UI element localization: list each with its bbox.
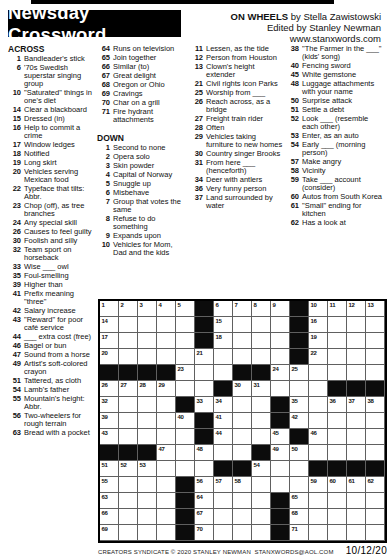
grid-cell[interactable]: 12 xyxy=(347,301,366,317)
grid-cell[interactable]: 55 xyxy=(100,477,119,493)
grid-cell[interactable] xyxy=(138,493,157,509)
cell-number: 19 xyxy=(311,334,317,340)
clue-number: 49 xyxy=(8,360,21,376)
grid-cell[interactable]: 35 xyxy=(290,397,309,413)
clue-text: Clear a blackboard xyxy=(24,106,95,114)
grid-cell[interactable] xyxy=(290,381,309,397)
across-clue-6: 6'70s Swedish superstar singing group xyxy=(8,64,95,88)
grid-cell[interactable] xyxy=(252,429,271,445)
down-clue-27: 27Freight train rider xyxy=(190,115,283,123)
clue-number: 39 xyxy=(8,281,21,289)
cell-number: 52 xyxy=(121,462,127,468)
grid-cell[interactable]: 70 xyxy=(195,525,214,541)
grid-cell[interactable] xyxy=(157,397,176,413)
grid-cell[interactable]: 50 xyxy=(290,445,309,461)
grid-cell[interactable] xyxy=(138,333,157,349)
clue-text: Join together xyxy=(113,54,186,62)
cell-number: 71 xyxy=(292,526,298,532)
cell-number: 46 xyxy=(311,430,317,436)
grid-cell[interactable] xyxy=(309,397,328,413)
clue-text: Freight train rider xyxy=(206,115,283,123)
grid-cell[interactable] xyxy=(157,477,176,493)
grid-cell[interactable] xyxy=(328,509,347,525)
grid-cell[interactable]: 7 xyxy=(233,301,252,317)
grid-cell[interactable]: 10 xyxy=(309,301,328,317)
clue-number: 27 xyxy=(190,115,203,123)
cell-number: 51 xyxy=(102,462,108,468)
grid-cell[interactable]: 33 xyxy=(195,397,214,413)
grid-cell[interactable]: 21 xyxy=(195,349,214,365)
grid-cell[interactable] xyxy=(233,525,252,541)
grid-cell[interactable] xyxy=(176,461,195,477)
grid-cell[interactable] xyxy=(214,365,233,381)
grid-cell[interactable] xyxy=(157,317,176,333)
grid-cell[interactable]: 60 xyxy=(328,477,347,493)
clue-text: Fencing sword xyxy=(302,62,384,70)
grid-cell[interactable] xyxy=(366,493,385,509)
grid-cell[interactable] xyxy=(157,493,176,509)
grid-cell[interactable] xyxy=(328,445,347,461)
grid-cell[interactable] xyxy=(233,413,252,429)
clue-text: Land surrounded by water xyxy=(206,194,283,210)
grid-cell[interactable]: 25 xyxy=(290,365,309,381)
grid-cell[interactable]: 69 xyxy=(100,525,119,541)
across-clue-15: 15Dressed (in) xyxy=(8,115,95,123)
grid-cell[interactable] xyxy=(176,349,195,365)
grid-cell[interactable] xyxy=(309,509,328,525)
grid-cell[interactable]: 36 xyxy=(328,397,347,413)
cell-number: 4 xyxy=(159,302,162,308)
grid-cell[interactable] xyxy=(252,349,271,365)
clue-number: 66 xyxy=(97,63,110,71)
across-clue-68: 68Oregon or Ohio xyxy=(97,81,186,89)
grid-cell[interactable] xyxy=(366,317,385,333)
grid-cell[interactable] xyxy=(271,381,290,397)
grid-cell[interactable] xyxy=(157,333,176,349)
grid-cell[interactable]: 52 xyxy=(119,461,138,477)
grid-cell[interactable] xyxy=(328,333,347,349)
clue-number: 61 xyxy=(286,202,299,218)
down-clue-8: 8Refuse to do something xyxy=(97,215,186,231)
grid-cell[interactable]: 14 xyxy=(100,317,119,333)
grid-cell[interactable]: 40 xyxy=(176,413,195,429)
grid-cell[interactable] xyxy=(366,413,385,429)
grid-cell[interactable] xyxy=(138,413,157,429)
black-square xyxy=(195,429,214,445)
grid-cell[interactable] xyxy=(138,525,157,541)
across-clue-18: 18Notified xyxy=(8,150,95,158)
black-square xyxy=(347,461,366,477)
grid-cell[interactable] xyxy=(290,477,309,493)
clue-text: Sound from a horse xyxy=(24,351,95,359)
grid-cell[interactable]: 22 xyxy=(309,349,328,365)
grid-cell[interactable] xyxy=(195,381,214,397)
grid-cell[interactable] xyxy=(328,493,347,509)
grid-cell[interactable] xyxy=(271,477,290,493)
black-square xyxy=(271,509,290,525)
cell-number: 54 xyxy=(254,462,260,468)
grid-cell[interactable] xyxy=(347,445,366,461)
clue-text: Causes to feel guilty xyxy=(24,228,95,236)
grid-cell[interactable] xyxy=(157,429,176,445)
clue-number: 59 xyxy=(286,176,299,192)
grid-cell[interactable] xyxy=(138,429,157,445)
clue-text: Char on a grill xyxy=(113,99,186,107)
clue-number: 63 xyxy=(8,429,21,437)
grid-cell[interactable] xyxy=(119,349,138,365)
grid-cell[interactable]: 39 xyxy=(100,413,119,429)
grid-cell[interactable] xyxy=(233,429,252,445)
grid-cell[interactable]: 48 xyxy=(195,445,214,461)
across-clue-20: 20Vehicles serving Mexican food xyxy=(8,168,95,184)
grid-cell[interactable]: 19 xyxy=(309,333,328,349)
cell-number: 60 xyxy=(330,478,336,484)
grid-cell[interactable] xyxy=(138,349,157,365)
grid-cell[interactable]: 16 xyxy=(309,317,328,333)
grid-cell[interactable]: 53 xyxy=(138,461,157,477)
grid-cell[interactable]: 6 xyxy=(214,301,233,317)
grid-cell[interactable] xyxy=(119,493,138,509)
grid-cell[interactable] xyxy=(252,525,271,541)
grid-cell[interactable] xyxy=(233,333,252,349)
clue-number: 24 xyxy=(8,219,21,227)
clue-number: 32 xyxy=(8,246,21,262)
grid-cell[interactable] xyxy=(233,317,252,333)
grid-cell[interactable] xyxy=(328,429,347,445)
clue-number: 40 xyxy=(286,62,299,70)
black-square xyxy=(233,461,252,477)
across-clue-51: 51Tattered, as cloth xyxy=(8,377,95,385)
grid-cell[interactable]: 42 xyxy=(290,413,309,429)
across-clue-22: 22Typeface that tilts: Abbr. xyxy=(8,185,95,201)
grid-cell[interactable] xyxy=(309,445,328,461)
grid-cell[interactable]: 41 xyxy=(214,413,233,429)
grid-cell[interactable] xyxy=(195,365,214,381)
grid-cell[interactable] xyxy=(138,477,157,493)
clue-number: 22 xyxy=(8,185,21,201)
clue-text: Has a look at xyxy=(302,219,384,227)
cell-number: 62 xyxy=(368,478,374,484)
cell-number: 3 xyxy=(140,302,143,308)
cell-number: 1 xyxy=(102,302,105,308)
grid-cell[interactable] xyxy=(214,525,233,541)
grid-cell[interactable] xyxy=(347,365,366,381)
clue-text: Clown's height extender xyxy=(206,63,283,79)
clue-text: Team sport on horseback xyxy=(24,246,95,262)
grid-cell[interactable]: 51 xyxy=(100,461,119,477)
grid-cell[interactable] xyxy=(119,525,138,541)
grid-cell[interactable] xyxy=(347,413,366,429)
grid-cell[interactable]: 34 xyxy=(214,397,233,413)
grid-cell[interactable] xyxy=(157,349,176,365)
grid-cell[interactable]: 57 xyxy=(214,477,233,493)
grid-cell[interactable] xyxy=(271,317,290,333)
grid-cell[interactable]: 28 xyxy=(138,381,157,397)
grid-cell[interactable]: 38 xyxy=(366,397,385,413)
grid-cell[interactable] xyxy=(252,333,271,349)
puzzle-date: 10/12/20 xyxy=(346,545,387,556)
clue-number: 12 xyxy=(190,54,203,62)
grid-cell[interactable]: 1 xyxy=(100,301,119,317)
grid-cell[interactable]: 44 xyxy=(214,429,233,445)
grid-cell[interactable]: 9 xyxy=(271,301,290,317)
black-square xyxy=(271,397,290,413)
cell-number: 21 xyxy=(197,350,203,356)
grid-cell[interactable]: 18 xyxy=(214,333,233,349)
clue-number: 36 xyxy=(190,185,203,193)
grid-cell[interactable] xyxy=(366,365,385,381)
grid-cell[interactable] xyxy=(347,525,366,541)
across-clue-39: 39Higher than xyxy=(8,281,95,289)
clue-number: 64 xyxy=(97,45,110,53)
black-square xyxy=(328,461,347,477)
clue-text: Two-wheelers for rough terrain xyxy=(24,412,95,428)
grid-cell[interactable] xyxy=(119,333,138,349)
grid-cell[interactable] xyxy=(347,333,366,349)
grid-cell[interactable] xyxy=(366,429,385,445)
grid-cell[interactable]: 47 xyxy=(157,445,176,461)
down-clue-30: 30Country singer Brooks xyxy=(190,150,283,158)
grid-cell[interactable]: 24 xyxy=(271,365,290,381)
grid-cell[interactable] xyxy=(176,333,195,349)
grid-cell[interactable] xyxy=(366,349,385,365)
grid-cell[interactable]: 45 xyxy=(271,429,290,445)
grid-cell[interactable]: 66 xyxy=(100,509,119,525)
across-clue-1: 1Bandleader's stick xyxy=(8,55,95,63)
cell-number: 35 xyxy=(292,398,298,404)
clue-number: 26 xyxy=(8,228,21,236)
grid-cell[interactable] xyxy=(328,349,347,365)
black-square xyxy=(252,365,271,381)
grid-cell[interactable]: 17 xyxy=(100,333,119,349)
grid-cell[interactable] xyxy=(176,317,195,333)
grid-cell[interactable] xyxy=(214,445,233,461)
grid-cell[interactable] xyxy=(119,477,138,493)
grid-cell[interactable] xyxy=(252,397,271,413)
clue-text: Similar (to) xyxy=(113,63,186,71)
clue-number: 62 xyxy=(286,219,299,227)
grid-cell[interactable] xyxy=(157,525,176,541)
puzzle-editor: Edited by Stanley Newman xyxy=(171,22,381,33)
grid-cell[interactable] xyxy=(233,349,252,365)
grid-cell[interactable]: 62 xyxy=(366,477,385,493)
down-clue-13: 13Clown's height extender xyxy=(190,63,283,79)
clue-text: Foul-smelling xyxy=(24,272,95,280)
grid-cell[interactable] xyxy=(347,493,366,509)
cell-number: 15 xyxy=(216,318,222,324)
grid-cell[interactable]: 46 xyxy=(309,429,328,445)
grid-cell[interactable]: 26 xyxy=(100,381,119,397)
black-square xyxy=(290,349,309,365)
grid-cell[interactable] xyxy=(366,525,385,541)
grid-cell[interactable] xyxy=(347,509,366,525)
across-clue-19: 19Long skirt xyxy=(8,159,95,167)
grid-cell[interactable] xyxy=(252,413,271,429)
grid-cell[interactable] xyxy=(157,509,176,525)
clue-number: 3 xyxy=(97,162,110,170)
black-square xyxy=(138,365,157,381)
grid-cell[interactable] xyxy=(176,429,195,445)
down-clues-part1: 1Second to none2Opera solo3Skin powder4C… xyxy=(97,144,186,257)
grid-cell[interactable] xyxy=(252,509,271,525)
grid-cell[interactable]: 2 xyxy=(119,301,138,317)
cell-number: 24 xyxy=(273,366,279,372)
grid-cell[interactable]: 37 xyxy=(347,397,366,413)
grid-cell[interactable]: 67 xyxy=(195,509,214,525)
clue-number: 54 xyxy=(286,141,299,157)
grid-cell[interactable] xyxy=(328,525,347,541)
cell-number: 68 xyxy=(292,510,298,516)
grid-cell[interactable]: 43 xyxy=(100,429,119,445)
black-square xyxy=(119,445,138,461)
grid-cell[interactable]: 8 xyxy=(252,301,271,317)
grid-cell[interactable]: 64 xyxy=(195,493,214,509)
grid-cell[interactable]: 3 xyxy=(138,301,157,317)
clue-text: Vicinity xyxy=(302,167,384,175)
clue-number: 57 xyxy=(286,158,299,166)
grid-cell[interactable] xyxy=(309,525,328,541)
grid-cell[interactable] xyxy=(309,381,328,397)
grid-cell[interactable] xyxy=(119,429,138,445)
grid-cell[interactable] xyxy=(233,493,252,509)
grid-cell[interactable] xyxy=(328,317,347,333)
grid-cell[interactable]: 23 xyxy=(176,365,195,381)
grid-cell[interactable] xyxy=(328,365,347,381)
clue-text: Country singer Brooks xyxy=(206,150,283,158)
grid-cell[interactable] xyxy=(176,381,195,397)
grid-cell[interactable]: 5 xyxy=(176,301,195,317)
grid-cell[interactable] xyxy=(347,349,366,365)
crossword-grid: 1234567891011121314151617181920212223242… xyxy=(98,299,387,543)
grid-cell[interactable] xyxy=(157,413,176,429)
grid-cell[interactable] xyxy=(138,317,157,333)
clue-text: Bandleader's stick xyxy=(24,55,95,63)
grid-cell[interactable] xyxy=(176,445,195,461)
grid-cell[interactable]: 31 xyxy=(252,381,271,397)
clue-number: 68 xyxy=(97,81,110,89)
grid-cell[interactable]: 61 xyxy=(347,477,366,493)
grid-cell[interactable]: 59 xyxy=(309,477,328,493)
black-square xyxy=(214,461,233,477)
puzzle-title: ON WHEELS xyxy=(231,11,289,22)
clue-number: 9 xyxy=(97,232,110,240)
grid-cell[interactable]: 30 xyxy=(233,381,252,397)
grid-cell[interactable]: 63 xyxy=(100,493,119,509)
grid-cell[interactable]: 20 xyxy=(100,349,119,365)
cell-number: 6 xyxy=(216,302,219,308)
clue-text: Vehicles taking furniture to new homes xyxy=(206,133,283,149)
across-clue-44: 44___ extra cost (free) xyxy=(8,333,95,341)
copyright-text: CREATORS SYNDICATE © 2020 STANLEY NEWMAN… xyxy=(98,549,334,555)
grid-cell[interactable] xyxy=(157,461,176,477)
grid-cell[interactable] xyxy=(366,445,385,461)
grid-cell[interactable]: 11 xyxy=(328,301,347,317)
grid-cell[interactable] xyxy=(214,509,233,525)
clue-number: 67 xyxy=(97,72,110,80)
grid-cell[interactable] xyxy=(233,509,252,525)
grid-cell[interactable] xyxy=(309,365,328,381)
black-square xyxy=(271,413,290,429)
grid-cell[interactable] xyxy=(309,413,328,429)
grid-cell[interactable] xyxy=(271,333,290,349)
grid-cell[interactable] xyxy=(366,509,385,525)
clue-text: Bread with a pocket xyxy=(24,429,95,437)
grid-cell[interactable] xyxy=(271,349,290,365)
grid-cell[interactable]: 54 xyxy=(252,461,271,477)
clue-number: 47 xyxy=(8,351,21,359)
grid-cell[interactable] xyxy=(119,317,138,333)
clue-number: 54 xyxy=(8,386,21,394)
clue-text: Lamb's father xyxy=(24,386,95,394)
clue-column-3: 11Lessen, as the tide12Person from Houst… xyxy=(190,44,283,210)
grid-cell[interactable] xyxy=(347,317,366,333)
grid-cell[interactable]: 27 xyxy=(119,381,138,397)
clue-number: 10 xyxy=(97,241,110,257)
down-clue-53: 53Enter, as an auto xyxy=(286,132,384,140)
black-square xyxy=(138,445,157,461)
grid-cell[interactable] xyxy=(119,509,138,525)
grid-cell[interactable] xyxy=(252,317,271,333)
clue-number: 6 xyxy=(8,64,21,88)
cell-number: 49 xyxy=(273,446,279,452)
grid-cell[interactable]: 13 xyxy=(366,301,385,317)
black-square xyxy=(176,397,195,413)
grid-cell[interactable] xyxy=(214,349,233,365)
grid-cell[interactable]: 68 xyxy=(290,509,309,525)
cell-number: 45 xyxy=(273,430,279,436)
grid-cell[interactable] xyxy=(233,445,252,461)
grid-cell[interactable] xyxy=(271,461,290,477)
cell-number: 56 xyxy=(197,478,203,484)
black-square xyxy=(100,365,119,381)
grid-cell[interactable] xyxy=(252,493,271,509)
clue-number: 58 xyxy=(286,167,299,175)
clue-text: Skin powder xyxy=(113,162,186,170)
grid-cell[interactable] xyxy=(347,429,366,445)
grid-cell[interactable] xyxy=(138,509,157,525)
clue-number: 10 xyxy=(8,89,21,105)
grid-cell[interactable] xyxy=(138,397,157,413)
grid-cell[interactable] xyxy=(119,413,138,429)
across-clue-56: 56Two-wheelers for rough terrain xyxy=(8,412,95,428)
grid-cell[interactable]: 71 xyxy=(290,525,309,541)
grid-cell[interactable] xyxy=(328,413,347,429)
black-square xyxy=(347,381,366,397)
grid-cell[interactable] xyxy=(119,397,138,413)
clue-number: 50 xyxy=(286,97,299,105)
grid-cell[interactable] xyxy=(214,493,233,509)
down-clue-7: 7Group that votes the same xyxy=(97,198,186,214)
grid-cell[interactable] xyxy=(233,397,252,413)
clue-text: Higher than xyxy=(24,281,95,289)
grid-cell[interactable]: 49 xyxy=(271,445,290,461)
grid-cell[interactable]: 15 xyxy=(214,317,233,333)
grid-cell[interactable]: 56 xyxy=(195,477,214,493)
grid-cell[interactable]: 65 xyxy=(290,493,309,509)
grid-cell[interactable] xyxy=(252,477,271,493)
grid-cell[interactable]: 4 xyxy=(157,301,176,317)
grid-cell[interactable]: 29 xyxy=(157,381,176,397)
grid-cell[interactable]: 32 xyxy=(100,397,119,413)
down-clue-38: 38"The Farmer in the ___" (kids' song) xyxy=(286,45,384,61)
grid-cell[interactable] xyxy=(195,461,214,477)
grid-cell[interactable] xyxy=(309,493,328,509)
clue-number: 18 xyxy=(8,150,21,158)
grid-cell[interactable]: 58 xyxy=(233,477,252,493)
grid-cell[interactable] xyxy=(366,333,385,349)
clue-text: "Reward" for poor café service xyxy=(24,316,95,332)
grid-cell[interactable] xyxy=(290,461,309,477)
